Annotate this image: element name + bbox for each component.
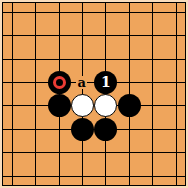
- black-stone: [118, 94, 141, 117]
- grid-line-horizontal: [3, 152, 185, 153]
- move-number-label: 1: [96, 75, 116, 89]
- white-stone: [71, 94, 94, 117]
- go-diagram: 1a: [0, 0, 188, 188]
- black-stone: [94, 118, 117, 141]
- white-stone: [94, 94, 117, 117]
- grid-line-vertical: [12, 3, 13, 185]
- grid-line-vertical: [35, 3, 36, 185]
- black-stone: [48, 94, 71, 117]
- grid-line-vertical: [176, 3, 177, 185]
- grid-line-vertical: [152, 3, 153, 185]
- grid-line-horizontal: [3, 59, 185, 60]
- red-circle-mark: [53, 76, 66, 89]
- black-stone: [71, 118, 94, 141]
- point-label: a: [76, 76, 86, 89]
- grid-line-horizontal: [3, 12, 185, 13]
- grid-line-horizontal: [3, 176, 185, 177]
- grid-line-horizontal: [3, 35, 185, 36]
- go-board: 1a: [2, 2, 186, 186]
